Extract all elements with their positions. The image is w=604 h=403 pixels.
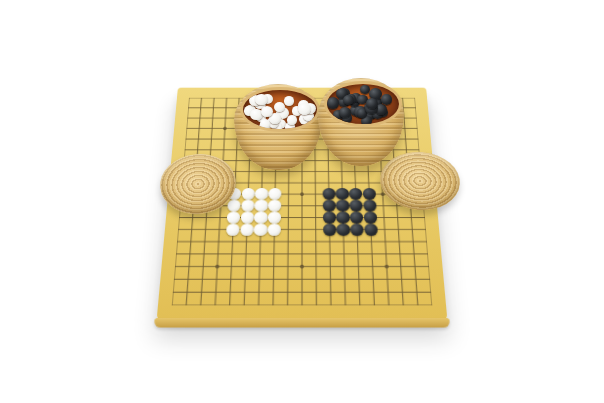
bowl-black-stone — [343, 95, 354, 105]
black-bowl-opening — [324, 81, 402, 127]
white-stone — [240, 224, 254, 236]
white-stone-bowl — [234, 84, 322, 170]
white-stone — [268, 211, 282, 223]
black-stone — [349, 188, 363, 200]
white-stone — [255, 188, 269, 200]
white-stone — [268, 199, 282, 211]
board-side-edge — [154, 318, 450, 328]
black-stone — [349, 199, 363, 211]
black-stone — [363, 199, 377, 211]
black-stone — [336, 224, 350, 236]
bowl-white-stone — [261, 106, 273, 117]
white-stone — [268, 188, 282, 200]
black-stone — [364, 224, 378, 236]
bowl-black-stone — [381, 94, 393, 105]
black-stone-bowl — [318, 78, 404, 166]
black-stone — [350, 211, 364, 223]
bowl-white-stone — [255, 94, 268, 106]
black-stone — [336, 199, 350, 211]
black-stone — [336, 211, 350, 223]
bowl-white-stone — [298, 103, 311, 115]
white-stone — [241, 188, 255, 200]
white-stone — [227, 211, 241, 223]
bowl-black-stone — [327, 97, 340, 109]
bowl-black-stone — [339, 107, 351, 118]
white-stone — [240, 211, 254, 223]
white-stone — [254, 224, 268, 236]
black-stone — [323, 224, 337, 236]
white-stone — [254, 199, 268, 211]
black-stone — [362, 188, 376, 200]
black-stone — [336, 188, 350, 200]
black-stone — [322, 211, 336, 223]
black-stone — [322, 188, 336, 200]
white-stone — [226, 224, 240, 236]
black-stone — [322, 199, 336, 211]
white-stone — [241, 199, 255, 211]
black-stone — [350, 224, 364, 236]
black-stone — [363, 211, 377, 223]
bowl-white-stone — [284, 96, 294, 105]
go-set-product-photo — [0, 0, 604, 403]
white-bowl-opening — [240, 87, 320, 133]
white-stone — [227, 199, 241, 211]
bowl-white-stone — [287, 115, 297, 125]
white-stone — [254, 211, 268, 223]
bowl-white-stone — [260, 119, 270, 128]
white-stone — [267, 224, 281, 236]
